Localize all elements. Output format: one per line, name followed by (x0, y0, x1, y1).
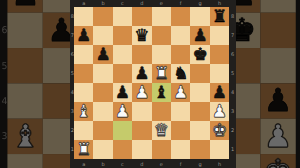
file-label-top-a: a (74, 1, 93, 6)
square-g4[interactable] (190, 83, 209, 102)
rank-label-right-8: 8 (229, 7, 236, 26)
rank-label-right-4: 4 (296, 84, 300, 119)
square-d5[interactable]: ♟ (132, 64, 151, 83)
piece-black-pawn-c4[interactable]: ♟ (115, 83, 130, 102)
piece-white-pawn-d4[interactable]: ♟ (134, 83, 149, 102)
piece-white-king-h2: ♚ (264, 155, 292, 168)
piece-black-rook-h8[interactable]: ♜ (212, 7, 227, 26)
piece-black-pawn-h4: ♟ (264, 84, 292, 119)
piece-white-rook-a1[interactable]: ♜ (76, 140, 91, 159)
rank-label-left-3: 3 (69, 102, 76, 121)
square-g2[interactable] (190, 121, 209, 140)
piece-white-bishop-a3: ♝ (11, 119, 39, 154)
square-f8[interactable] (171, 7, 190, 26)
piece-black-pawn-h4[interactable]: ♟ (212, 83, 227, 102)
file-label-bottom-h: h (210, 162, 229, 167)
square-a7[interactable]: ♟ (74, 26, 93, 45)
square-g8[interactable] (190, 7, 209, 26)
square-a3[interactable]: ♝ (74, 102, 93, 121)
square-e5[interactable]: ♜ (152, 64, 171, 83)
square-a5 (7, 48, 43, 83)
rank-label-left-4: 4 (0, 84, 11, 119)
rank-label-right-4: 4 (229, 83, 236, 102)
square-c4[interactable]: ♟ (113, 83, 132, 102)
square-e8[interactable] (152, 7, 171, 26)
square-c3[interactable]: ♟ (113, 102, 132, 121)
square-h3: ♟ (260, 119, 296, 154)
rank-label-left-7: 7 (69, 26, 76, 45)
square-h7 (260, 0, 296, 13)
piece-black-pawn-g7[interactable]: ♟ (192, 26, 207, 45)
rank-label-left-2: 2 (0, 155, 11, 168)
square-h5 (260, 48, 296, 83)
square-e7[interactable] (152, 26, 171, 45)
file-label-bottom-a: a (74, 162, 93, 167)
square-e2[interactable]: ♛ (152, 121, 171, 140)
piece-black-pawn-b6[interactable]: ♟ (95, 45, 110, 64)
file-label-bottom-c: c (113, 162, 132, 167)
square-e3[interactable] (152, 102, 171, 121)
square-c1[interactable] (113, 140, 132, 159)
piece-black-pawn-a7[interactable]: ♟ (76, 26, 91, 45)
square-f1[interactable] (171, 140, 190, 159)
rank-label-left-8: 8 (69, 7, 76, 26)
piece-black-queen-d7[interactable]: ♛ (134, 26, 149, 45)
square-a4 (7, 84, 43, 119)
piece-black-bishop-e4[interactable]: ♝ (154, 83, 169, 102)
square-f4[interactable]: ♟ (171, 83, 190, 102)
square-b4[interactable] (93, 83, 112, 102)
piece-white-rook-e5[interactable]: ♜ (154, 64, 169, 83)
square-h3[interactable]: ♟ (210, 102, 229, 121)
chess-board: ♜♟♛♟♟♚♟♜♞♟♟♝♟♟♝♟♟♛♚♜aabbccddeeffgghh8877… (70, 0, 236, 168)
file-label-bottom-g: g (190, 162, 209, 167)
rank-label-right-7: 7 (229, 26, 236, 45)
square-b7[interactable] (93, 26, 112, 45)
piece-white-bishop-a3[interactable]: ♝ (76, 102, 91, 121)
square-h4: ♟ (260, 84, 296, 119)
square-c5[interactable] (113, 64, 132, 83)
square-a3: ♝ (7, 119, 43, 154)
square-a7: ♟ (7, 0, 43, 13)
square-a4[interactable] (74, 83, 93, 102)
square-c7[interactable] (113, 26, 132, 45)
rank-label-right-2: 2 (296, 155, 300, 168)
square-b3[interactable] (93, 102, 112, 121)
piece-black-knight-f5[interactable]: ♞ (173, 64, 188, 83)
square-a1[interactable]: ♜ (74, 140, 93, 159)
file-label-top-f: f (171, 1, 190, 6)
square-d4[interactable]: ♟ (132, 83, 151, 102)
square-a8[interactable] (74, 7, 93, 26)
file-label-top-c: c (113, 1, 132, 6)
square-b1[interactable] (93, 140, 112, 159)
piece-white-queen-e2[interactable]: ♛ (154, 121, 169, 140)
video-frame: ♜♟♛♟♟♚♟♜♞♟♟♝♟♟♝♟♟♛♚♜aabbccddeeffgghh8877… (0, 0, 300, 168)
square-h4[interactable]: ♟ (210, 83, 229, 102)
rank-label-left-6: 6 (0, 13, 11, 48)
square-b6[interactable]: ♟ (93, 45, 112, 64)
square-h2: ♚ (260, 155, 296, 168)
rank-label-right-3: 3 (229, 102, 236, 121)
square-f7[interactable] (171, 26, 190, 45)
rank-label-left-3: 3 (0, 119, 11, 154)
rank-label-left-2: 2 (69, 121, 76, 140)
piece-white-pawn-c3[interactable]: ♟ (115, 102, 130, 121)
rank-label-left-7: 7 (0, 0, 11, 13)
square-a6[interactable] (74, 45, 93, 64)
rank-label-right-5: 5 (229, 64, 236, 83)
file-label-top-g: g (190, 1, 209, 6)
square-h6 (260, 13, 296, 48)
file-label-bottom-f: f (171, 162, 190, 167)
square-d1[interactable] (132, 140, 151, 159)
rank-label-right-6: 6 (296, 13, 300, 48)
file-label-bottom-e: e (152, 162, 171, 167)
square-f6[interactable] (171, 45, 190, 64)
square-a6 (7, 13, 43, 48)
rank-label-left-5: 5 (69, 64, 76, 83)
rank-label-right-6: 6 (229, 45, 236, 64)
square-d8[interactable] (132, 7, 151, 26)
square-c2[interactable] (113, 121, 132, 140)
square-g3[interactable] (190, 102, 209, 121)
file-label-top-e: e (152, 1, 171, 6)
rank-label-left-5: 5 (0, 48, 11, 83)
square-b2[interactable] (93, 121, 112, 140)
rank-label-right-3: 3 (296, 119, 300, 154)
file-label-top-d: d (132, 1, 151, 6)
square-d7[interactable]: ♛ (132, 26, 151, 45)
square-c8[interactable] (113, 7, 132, 26)
square-h2[interactable]: ♚ (210, 121, 229, 140)
rank-label-left-4: 4 (69, 83, 76, 102)
square-e1[interactable] (152, 140, 171, 159)
piece-white-pawn-f4[interactable]: ♟ (173, 83, 188, 102)
square-h7[interactable] (210, 26, 229, 45)
square-g7[interactable]: ♟ (190, 26, 209, 45)
square-f2[interactable] (171, 121, 190, 140)
piece-white-king-h2[interactable]: ♚ (212, 121, 227, 140)
square-h6[interactable] (210, 45, 229, 64)
piece-black-king-g6[interactable]: ♚ (192, 45, 207, 64)
square-b8[interactable] (93, 7, 112, 26)
piece-white-pawn-h3: ♟ (264, 119, 292, 154)
square-e4[interactable]: ♝ (152, 83, 171, 102)
file-label-top-h: h (210, 1, 229, 6)
rank-label-right-7: 7 (296, 0, 300, 13)
square-a2 (7, 155, 43, 168)
square-c6[interactable] (113, 45, 132, 64)
rank-label-right-5: 5 (296, 48, 300, 83)
rank-label-right-2: 2 (229, 121, 236, 140)
square-d2[interactable] (132, 121, 151, 140)
square-d3[interactable] (132, 102, 151, 121)
square-a5[interactable] (74, 64, 93, 83)
square-g1[interactable] (190, 140, 209, 159)
square-d6[interactable] (132, 45, 151, 64)
board-grid: ♜♟♛♟♟♚♟♜♞♟♟♝♟♟♝♟♟♛♚♜ (74, 7, 229, 159)
file-label-bottom-b: b (93, 162, 112, 167)
piece-black-pawn-a7: ♟ (11, 0, 39, 13)
file-label-top-b: b (93, 1, 112, 6)
square-h5[interactable] (210, 64, 229, 83)
piece-white-pawn-h3[interactable]: ♟ (212, 102, 227, 121)
square-a2[interactable] (74, 121, 93, 140)
square-h8[interactable]: ♜ (210, 7, 229, 26)
square-f3[interactable] (171, 102, 190, 121)
square-g6[interactable]: ♚ (190, 45, 209, 64)
rank-label-left-6: 6 (69, 45, 76, 64)
piece-black-pawn-d5[interactable]: ♟ (134, 64, 149, 83)
square-h1[interactable] (210, 140, 229, 159)
square-g5[interactable] (190, 64, 209, 83)
square-e6[interactable] (152, 45, 171, 64)
square-f5[interactable]: ♞ (171, 64, 190, 83)
rank-label-left-1: 1 (69, 140, 76, 159)
square-b5[interactable] (93, 64, 112, 83)
rank-label-right-1: 1 (229, 140, 236, 159)
file-label-bottom-d: d (132, 162, 151, 167)
